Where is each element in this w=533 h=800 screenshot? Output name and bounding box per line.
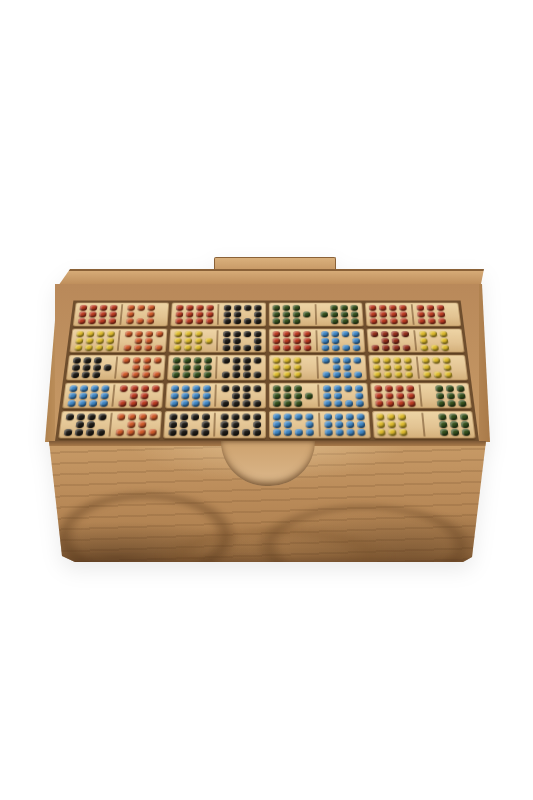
pip <box>420 337 428 343</box>
domino-tile[interactable] <box>66 355 166 380</box>
pip <box>462 429 471 436</box>
pip <box>92 364 100 370</box>
pip <box>322 357 330 363</box>
pip <box>391 331 399 337</box>
pip <box>403 344 411 350</box>
pip <box>184 337 192 343</box>
pip <box>448 400 457 407</box>
pip <box>331 331 339 337</box>
pip <box>206 305 214 311</box>
pip <box>232 372 240 378</box>
pip <box>183 364 191 370</box>
pip <box>172 372 180 378</box>
pip <box>253 385 261 392</box>
domino-tile[interactable] <box>169 328 266 352</box>
pip <box>86 331 94 337</box>
domino-tile[interactable] <box>73 303 170 326</box>
pip <box>83 357 91 363</box>
pip <box>88 311 96 317</box>
pip <box>126 429 135 436</box>
pip <box>179 421 187 428</box>
pip <box>273 392 281 399</box>
pip <box>352 331 360 337</box>
domino-tile[interactable] <box>167 355 265 380</box>
domino-tile[interactable] <box>365 303 462 326</box>
pip <box>79 392 88 399</box>
pip <box>341 318 349 324</box>
pip <box>400 311 408 317</box>
pip <box>422 357 430 363</box>
pip <box>222 372 230 378</box>
domino-tile[interactable] <box>268 383 368 409</box>
pip <box>145 337 153 343</box>
pip <box>191 400 199 407</box>
pip <box>82 364 90 370</box>
pip <box>84 344 92 350</box>
pip <box>190 429 198 436</box>
pip <box>144 344 152 350</box>
pip <box>74 429 83 436</box>
pip <box>383 357 391 363</box>
pip <box>78 400 87 407</box>
domino-tile[interactable] <box>62 383 164 409</box>
pip <box>232 392 240 399</box>
pip <box>273 372 281 378</box>
pip <box>142 372 150 378</box>
pip <box>221 400 229 407</box>
pip <box>345 400 353 407</box>
pip <box>369 305 377 311</box>
pip <box>185 318 193 324</box>
pip <box>451 429 460 436</box>
pip <box>273 385 281 392</box>
pip <box>305 392 313 399</box>
pip <box>408 400 416 407</box>
pip <box>459 400 468 407</box>
pip <box>390 311 398 317</box>
pip <box>284 392 292 399</box>
pip <box>344 372 352 378</box>
pip <box>100 392 108 399</box>
pip <box>377 429 385 436</box>
pip <box>273 421 281 428</box>
pip <box>405 372 413 378</box>
pip <box>98 318 106 324</box>
pip <box>220 414 228 421</box>
pip <box>343 357 351 363</box>
pip <box>370 318 378 324</box>
pip <box>195 318 203 324</box>
domino-half <box>268 383 317 409</box>
pip <box>223 337 231 343</box>
pip <box>154 344 162 350</box>
domino-half <box>317 328 365 352</box>
domino-half <box>268 411 318 438</box>
domino-tile[interactable] <box>370 383 472 409</box>
domino-tile[interactable] <box>69 328 167 352</box>
pip <box>303 311 311 317</box>
pip <box>293 305 300 311</box>
pip <box>355 385 363 392</box>
pip <box>380 311 388 317</box>
pip <box>184 344 192 350</box>
pip <box>79 385 88 392</box>
pip <box>87 318 95 324</box>
pip <box>273 311 280 317</box>
pip <box>273 364 281 370</box>
pip <box>145 331 153 337</box>
pip <box>399 305 407 311</box>
pip <box>174 331 182 337</box>
pip <box>90 385 98 392</box>
pip <box>334 400 342 407</box>
pip <box>65 414 74 421</box>
pip <box>358 429 366 436</box>
pip <box>373 364 381 370</box>
domino-half <box>167 355 216 380</box>
pip <box>99 400 108 407</box>
pip <box>382 344 390 350</box>
pip <box>399 421 408 428</box>
pip <box>89 305 97 311</box>
domino-half <box>368 355 418 380</box>
pip <box>253 429 261 436</box>
pip <box>428 318 436 324</box>
pip <box>191 414 199 421</box>
pip <box>304 337 312 343</box>
pip <box>253 400 261 407</box>
pip <box>186 311 194 317</box>
pip <box>233 331 241 337</box>
pip <box>336 429 344 436</box>
pip <box>134 337 142 343</box>
pip <box>121 372 129 378</box>
pip <box>417 305 425 311</box>
pip <box>76 331 84 337</box>
pip <box>105 344 113 350</box>
pip <box>192 392 200 399</box>
pip <box>445 372 453 378</box>
pip <box>196 311 204 317</box>
pip <box>186 305 194 311</box>
pip <box>283 331 291 337</box>
pip <box>357 421 365 428</box>
pip <box>233 337 241 343</box>
domino-half <box>268 328 315 352</box>
domino-half <box>163 411 214 438</box>
pip <box>380 318 388 324</box>
domino-half <box>218 328 265 352</box>
pip <box>388 421 396 428</box>
pip <box>203 372 211 378</box>
pip <box>106 337 114 343</box>
pip <box>126 311 134 317</box>
pip <box>95 344 103 350</box>
pip <box>220 421 228 428</box>
pip <box>461 421 470 428</box>
pip <box>435 385 443 392</box>
pip <box>457 385 466 392</box>
pip <box>192 385 200 392</box>
domino-half <box>219 303 266 326</box>
domino-half <box>268 303 315 326</box>
pip <box>343 364 351 370</box>
pip <box>321 331 329 337</box>
pip <box>417 311 425 317</box>
pip <box>234 311 241 317</box>
pip <box>384 364 392 370</box>
pip <box>176 305 184 311</box>
pip <box>71 364 79 370</box>
pip <box>127 414 135 421</box>
pip <box>204 357 212 363</box>
pip <box>242 400 250 407</box>
pip <box>109 305 117 311</box>
pip <box>146 318 154 324</box>
pip <box>137 429 145 436</box>
pip <box>332 344 340 350</box>
pip <box>437 400 446 407</box>
pip <box>407 392 415 399</box>
pip <box>150 400 158 407</box>
pip <box>98 311 106 317</box>
pip <box>323 372 331 378</box>
pip <box>206 318 214 324</box>
pip <box>351 311 359 317</box>
domino-half <box>370 383 421 409</box>
pip <box>323 392 331 399</box>
domino-tile[interactable] <box>366 328 464 352</box>
pip <box>86 421 95 428</box>
domino-half <box>420 383 472 409</box>
product-photo-scene <box>0 0 533 800</box>
pip <box>181 385 189 392</box>
pip <box>195 331 203 337</box>
pip <box>283 357 291 363</box>
pip <box>283 344 291 350</box>
pip <box>283 318 290 324</box>
wood-grain <box>215 486 515 606</box>
pip <box>96 331 104 337</box>
pip <box>99 305 107 311</box>
domino-tile[interactable] <box>163 411 265 438</box>
domino-half <box>171 303 218 326</box>
pip <box>283 337 291 343</box>
pip <box>347 429 355 436</box>
pip <box>124 331 132 337</box>
pip <box>369 311 377 317</box>
pip <box>374 372 382 378</box>
pip <box>243 364 251 370</box>
pip <box>134 344 142 350</box>
pip <box>423 364 431 370</box>
domino-tile[interactable] <box>372 411 476 438</box>
pip <box>444 364 452 370</box>
pip <box>184 331 192 337</box>
pip <box>333 364 341 370</box>
pip <box>294 357 302 363</box>
pip <box>170 392 178 399</box>
pip <box>254 305 261 311</box>
pip <box>283 372 291 378</box>
pip <box>171 385 179 392</box>
pip <box>138 421 146 428</box>
pip <box>175 318 183 324</box>
domino-tile[interactable] <box>268 303 363 326</box>
pip <box>140 392 148 399</box>
pip <box>406 385 414 392</box>
pip <box>440 331 448 337</box>
pip <box>382 337 390 343</box>
pip <box>254 311 261 317</box>
domino-tile[interactable] <box>268 328 365 352</box>
pip <box>149 414 157 421</box>
domino-half <box>73 303 122 326</box>
pip <box>379 305 387 311</box>
pip <box>182 372 190 378</box>
pip <box>334 392 342 399</box>
domino-half <box>320 411 371 438</box>
wooden-domino-box <box>45 256 490 564</box>
pip <box>130 385 138 392</box>
pip <box>372 344 380 350</box>
domino-half <box>119 328 168 352</box>
pip <box>439 421 448 428</box>
pip <box>205 337 213 343</box>
pip <box>143 357 151 363</box>
pip <box>202 414 210 421</box>
pip <box>428 311 436 317</box>
pip <box>374 385 382 392</box>
pip <box>398 414 406 421</box>
pip <box>79 305 87 311</box>
pip <box>306 421 314 428</box>
pip <box>206 311 214 317</box>
domino-half <box>366 328 415 352</box>
pip <box>141 385 149 392</box>
pip <box>147 305 155 311</box>
pip <box>394 364 402 370</box>
pip <box>129 392 137 399</box>
pip <box>293 331 301 337</box>
pip <box>172 357 180 363</box>
pip <box>233 344 241 350</box>
pip <box>273 305 280 311</box>
pip <box>418 318 426 324</box>
pip <box>354 372 362 378</box>
pip <box>352 337 360 343</box>
pip <box>437 305 445 311</box>
pip <box>387 414 395 421</box>
pip <box>254 372 262 378</box>
pip <box>242 429 250 436</box>
domino-tile[interactable] <box>171 303 266 326</box>
domino-half <box>169 328 217 352</box>
pip <box>89 392 98 399</box>
pip <box>303 331 311 337</box>
pip <box>172 364 180 370</box>
pip <box>284 400 292 407</box>
pip <box>117 414 126 421</box>
pip <box>322 344 330 350</box>
pip <box>131 372 139 378</box>
pip <box>132 364 140 370</box>
pip <box>194 344 202 350</box>
domino-tile[interactable] <box>58 411 162 438</box>
pip <box>222 357 230 363</box>
domino-half <box>217 355 265 380</box>
pip <box>335 421 343 428</box>
pip <box>69 385 78 392</box>
pip <box>63 429 72 436</box>
pip <box>243 385 251 392</box>
domino-tile[interactable] <box>368 355 468 380</box>
pip <box>87 414 96 421</box>
pip <box>386 400 394 407</box>
pip <box>294 364 302 370</box>
pip <box>393 357 401 363</box>
pip <box>72 357 80 363</box>
domino-half <box>365 303 413 326</box>
pip <box>155 331 163 337</box>
domino-tray <box>55 300 479 441</box>
pip <box>254 337 262 343</box>
pip <box>173 344 181 350</box>
pip <box>85 429 94 436</box>
pip <box>421 344 429 350</box>
pip <box>306 429 314 436</box>
domino-tile[interactable] <box>268 411 370 438</box>
pip <box>340 305 348 311</box>
pip <box>175 311 183 317</box>
pip <box>295 414 303 421</box>
pip <box>193 364 201 370</box>
pip <box>129 400 137 407</box>
pip <box>321 311 329 317</box>
pip <box>377 421 385 428</box>
pip <box>254 331 262 337</box>
pip <box>386 392 394 399</box>
pip <box>436 392 445 399</box>
pip <box>399 429 408 436</box>
domino-half <box>268 355 316 380</box>
pip <box>183 357 191 363</box>
pip <box>224 305 231 311</box>
pip <box>331 318 339 324</box>
pip <box>103 364 111 370</box>
pip <box>273 414 281 421</box>
pip <box>396 385 404 392</box>
pip <box>223 311 231 317</box>
domino-tile[interactable] <box>268 355 366 380</box>
pip <box>431 344 439 350</box>
pip <box>294 392 302 399</box>
pip <box>305 414 313 421</box>
pip <box>231 429 239 436</box>
pip <box>196 305 204 311</box>
domino-half <box>62 383 114 409</box>
domino-half <box>116 355 166 380</box>
pip <box>324 414 332 421</box>
pip <box>293 337 301 343</box>
pip <box>170 400 178 407</box>
pip <box>283 305 290 311</box>
pip <box>295 429 303 436</box>
domino-tile[interactable] <box>165 383 265 409</box>
pip <box>92 372 100 378</box>
wood-grain <box>15 471 275 601</box>
pip <box>253 421 261 428</box>
